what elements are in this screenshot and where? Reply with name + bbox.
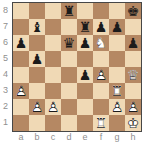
chess-diagram: 87654321 ♜♚♝♜♟♟♟♛♟♞♘♟♟♟♟♙♛♕♟♙♜♖♟♙♟♙♟♙♟♙♜… (0, 0, 144, 142)
square-e4[interactable]: ♟ (77, 67, 93, 83)
square-b3[interactable] (29, 83, 45, 99)
square-c5[interactable] (45, 51, 61, 67)
white-rook-f1[interactable]: ♜♖ (93, 115, 109, 131)
square-a8[interactable] (13, 3, 29, 19)
rank-label-1: 1 (0, 114, 11, 130)
square-e8[interactable] (77, 3, 93, 19)
square-b2[interactable]: ♟♙ (29, 99, 45, 115)
file-labels: abcdefgh (13, 131, 141, 142)
square-d4[interactable] (61, 67, 77, 83)
square-e1[interactable] (77, 115, 93, 131)
square-g1[interactable] (109, 115, 125, 131)
square-d3[interactable] (61, 83, 77, 99)
square-a7[interactable] (13, 19, 29, 35)
square-c2[interactable]: ♟♙ (45, 99, 61, 115)
square-g6[interactable] (109, 35, 125, 51)
white-queen-h4[interactable]: ♛♕ (125, 67, 141, 83)
square-e7[interactable]: ♜ (77, 19, 93, 35)
square-g5[interactable] (109, 51, 125, 67)
white-pawn-b2[interactable]: ♟♙ (29, 99, 45, 115)
square-g4[interactable] (109, 67, 125, 83)
square-b5[interactable]: ♟ (29, 51, 45, 67)
rank-label-3: 3 (0, 82, 11, 98)
square-h8[interactable]: ♚ (125, 3, 141, 19)
square-f4[interactable]: ♟♙ (93, 67, 109, 83)
square-a4[interactable] (13, 67, 29, 83)
rank-label-6: 6 (0, 34, 11, 50)
rank-label-4: 4 (0, 66, 11, 82)
rank-labels: 87654321 (0, 2, 11, 130)
white-king-h1[interactable]: ♚♔ (125, 115, 141, 131)
black-pawn-a6[interactable]: ♟ (13, 35, 29, 51)
square-b4[interactable] (29, 67, 45, 83)
square-c3[interactable] (45, 83, 61, 99)
rank-label-8: 8 (0, 2, 11, 18)
file-label-f: f (93, 131, 109, 142)
black-pawn-b5[interactable]: ♟ (29, 51, 45, 67)
black-pawn-f7[interactable]: ♟ (93, 19, 109, 35)
square-c4[interactable] (45, 67, 61, 83)
square-h6[interactable]: ♟ (125, 35, 141, 51)
square-f1[interactable]: ♜♖ (93, 115, 109, 131)
file-label-c: c (45, 131, 61, 142)
rank-label-5: 5 (0, 50, 11, 66)
square-a1[interactable] (13, 115, 29, 131)
black-pawn-g7[interactable]: ♟ (109, 19, 125, 35)
white-pawn-h2[interactable]: ♟♙ (125, 99, 141, 115)
square-a5[interactable] (13, 51, 29, 67)
square-f3[interactable] (93, 83, 109, 99)
square-c6[interactable] (45, 35, 61, 51)
white-pawn-f4[interactable]: ♟♙ (93, 67, 109, 83)
square-b6[interactable] (29, 35, 45, 51)
square-d8[interactable]: ♜ (61, 3, 77, 19)
square-h4[interactable]: ♛♕ (125, 67, 141, 83)
square-f2[interactable] (93, 99, 109, 115)
square-h3[interactable] (125, 83, 141, 99)
rank-label-7: 7 (0, 18, 11, 34)
black-pawn-e4[interactable]: ♟ (77, 67, 93, 83)
board: ♜♚♝♜♟♟♟♛♟♞♘♟♟♟♟♙♛♕♟♙♜♖♟♙♟♙♟♙♟♙♜♖♚♔ (12, 2, 142, 132)
square-c1[interactable] (45, 115, 61, 131)
square-b7[interactable]: ♝ (29, 19, 45, 35)
square-g8[interactable] (109, 3, 125, 19)
square-c8[interactable] (45, 3, 61, 19)
square-e6[interactable]: ♟ (77, 35, 93, 51)
square-d6[interactable]: ♛ (61, 35, 77, 51)
black-king-h8[interactable]: ♚ (125, 3, 141, 19)
square-e3[interactable] (77, 83, 93, 99)
square-c7[interactable] (45, 19, 61, 35)
file-label-g: g (109, 131, 125, 142)
square-a2[interactable] (13, 99, 29, 115)
square-e5[interactable] (77, 51, 93, 67)
file-label-a: a (13, 131, 29, 142)
black-bishop-b7[interactable]: ♝ (29, 19, 45, 35)
square-g2[interactable]: ♟♙ (109, 99, 125, 115)
square-d7[interactable] (61, 19, 77, 35)
square-a3[interactable]: ♟♙ (13, 83, 29, 99)
square-d5[interactable] (61, 51, 77, 67)
square-g7[interactable]: ♟ (109, 19, 125, 35)
square-g3[interactable]: ♜♖ (109, 83, 125, 99)
square-f6[interactable]: ♞♘ (93, 35, 109, 51)
black-rook-e7[interactable]: ♜ (77, 19, 93, 35)
white-rook-g3[interactable]: ♜♖ (109, 83, 125, 99)
white-pawn-c2[interactable]: ♟♙ (45, 99, 61, 115)
white-pawn-a3[interactable]: ♟♙ (13, 83, 29, 99)
square-a6[interactable]: ♟ (13, 35, 29, 51)
black-pawn-h6[interactable]: ♟ (125, 35, 141, 51)
square-h5[interactable] (125, 51, 141, 67)
square-h7[interactable] (125, 19, 141, 35)
file-label-e: e (77, 131, 93, 142)
square-f8[interactable] (93, 3, 109, 19)
square-d1[interactable] (61, 115, 77, 131)
square-h2[interactable]: ♟♙ (125, 99, 141, 115)
black-pawn-e6[interactable]: ♟ (77, 35, 93, 51)
file-label-b: b (29, 131, 45, 142)
square-h1[interactable]: ♚♔ (125, 115, 141, 131)
white-knight-f6[interactable]: ♞♘ (93, 35, 109, 51)
square-f7[interactable]: ♟ (93, 19, 109, 35)
white-pawn-g2[interactable]: ♟♙ (109, 99, 125, 115)
file-label-d: d (61, 131, 77, 142)
file-label-h: h (125, 131, 141, 142)
rank-label-2: 2 (0, 98, 11, 114)
square-d2[interactable] (61, 99, 77, 115)
black-rook-d8[interactable]: ♜ (61, 3, 77, 19)
square-b1[interactable] (29, 115, 45, 131)
square-b8[interactable] (29, 3, 45, 19)
black-queen-d6[interactable]: ♛ (61, 35, 77, 51)
square-f5[interactable] (93, 51, 109, 67)
square-e2[interactable] (77, 99, 93, 115)
